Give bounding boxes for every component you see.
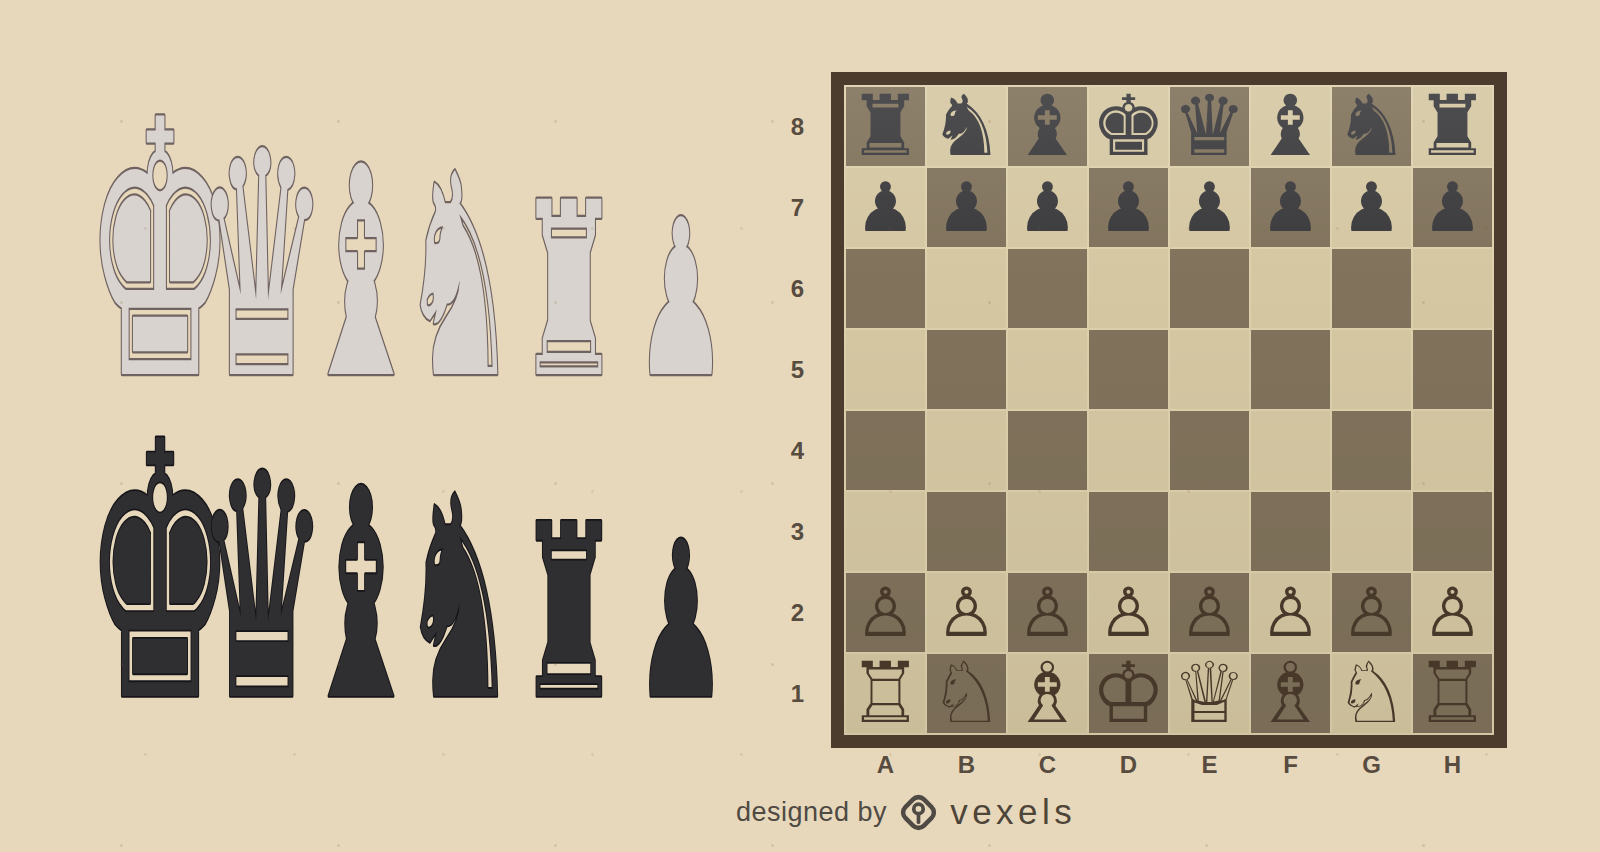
rank-label-1: 1 bbox=[791, 680, 804, 708]
rank-label-4: 4 bbox=[791, 437, 804, 465]
square-e8[interactable]: ♛ bbox=[1170, 87, 1249, 166]
square-f7[interactable]: ♟ bbox=[1251, 168, 1330, 247]
square-f6[interactable] bbox=[1251, 249, 1330, 328]
square-f1[interactable]: ♗ bbox=[1251, 654, 1330, 733]
square-c7[interactable]: ♟ bbox=[1008, 168, 1087, 247]
piece-white-bishop-f1: ♗ bbox=[1253, 661, 1328, 727]
square-a6[interactable] bbox=[846, 249, 925, 328]
piece-white-pawn-a2: ♙ bbox=[855, 586, 916, 639]
piece-white-bishop-c1: ♗ bbox=[1010, 661, 1085, 727]
square-d8[interactable]: ♚ bbox=[1089, 87, 1168, 166]
piece-white-pawn-c2: ♙ bbox=[1017, 586, 1078, 639]
square-a2[interactable]: ♙ bbox=[846, 573, 925, 652]
square-b2[interactable]: ♙ bbox=[927, 573, 1006, 652]
square-f2[interactable]: ♙ bbox=[1251, 573, 1330, 652]
board-grid: ♜♞♝♚♛♝♞♜♟♟♟♟♟♟♟♟♙♙♙♙♙♙♙♙♖♘♗♔♕♗♘♖ bbox=[846, 87, 1492, 733]
square-b3[interactable] bbox=[927, 492, 1006, 571]
white-knight-illustration: ♞ bbox=[399, 115, 519, 440]
square-b6[interactable] bbox=[927, 249, 1006, 328]
square-c1[interactable]: ♗ bbox=[1008, 654, 1087, 733]
square-c8[interactable]: ♝ bbox=[1008, 87, 1087, 166]
square-g8[interactable]: ♞ bbox=[1332, 87, 1411, 166]
square-e5[interactable] bbox=[1170, 330, 1249, 409]
rank-label-6: 6 bbox=[791, 275, 804, 303]
file-label-d: D bbox=[1120, 751, 1137, 779]
square-d2[interactable]: ♙ bbox=[1089, 573, 1168, 652]
square-d5[interactable] bbox=[1089, 330, 1168, 409]
chess-illustration-page: { "game": "chess", "description": "Chess… bbox=[0, 0, 1600, 852]
file-label-b: B bbox=[958, 751, 975, 779]
square-f5[interactable] bbox=[1251, 330, 1330, 409]
piece-white-pawn-f2: ♙ bbox=[1260, 586, 1321, 639]
square-e3[interactable] bbox=[1170, 492, 1249, 571]
square-h6[interactable] bbox=[1413, 249, 1492, 328]
piece-black-pawn-h7: ♟ bbox=[1422, 181, 1483, 234]
file-label-g: G bbox=[1362, 751, 1381, 779]
file-label-c: C bbox=[1039, 751, 1056, 779]
piece-white-knight-g1: ♘ bbox=[1334, 661, 1409, 727]
footer-watermark: designed by vexels bbox=[736, 789, 1076, 835]
square-a3[interactable] bbox=[846, 492, 925, 571]
square-a1[interactable]: ♖ bbox=[846, 654, 925, 733]
piece-black-pawn-f7: ♟ bbox=[1260, 181, 1321, 234]
rank-label-2: 2 bbox=[791, 599, 804, 627]
piece-black-king-d8: ♚ bbox=[1091, 94, 1166, 160]
square-c2[interactable]: ♙ bbox=[1008, 573, 1087, 652]
square-e1[interactable]: ♕ bbox=[1170, 654, 1249, 733]
square-h3[interactable] bbox=[1413, 492, 1492, 571]
square-d4[interactable] bbox=[1089, 411, 1168, 490]
square-b7[interactable]: ♟ bbox=[927, 168, 1006, 247]
square-a7[interactable]: ♟ bbox=[846, 168, 925, 247]
square-e2[interactable]: ♙ bbox=[1170, 573, 1249, 652]
piece-white-king-d1: ♔ bbox=[1091, 661, 1166, 727]
rank-labels: 87654321 bbox=[766, 72, 814, 748]
black-knight-illustration: ♞ bbox=[399, 437, 519, 762]
piece-white-pawn-g2: ♙ bbox=[1341, 586, 1402, 639]
white-pawn-illustration: ♟ bbox=[635, 174, 728, 425]
square-b8[interactable]: ♞ bbox=[927, 87, 1006, 166]
square-a5[interactable] bbox=[846, 330, 925, 409]
square-d1[interactable]: ♔ bbox=[1089, 654, 1168, 733]
square-f3[interactable] bbox=[1251, 492, 1330, 571]
black-rook-illustration: ♜ bbox=[517, 473, 620, 752]
square-h2[interactable]: ♙ bbox=[1413, 573, 1492, 652]
square-a4[interactable] bbox=[846, 411, 925, 490]
square-e4[interactable] bbox=[1170, 411, 1249, 490]
square-d3[interactable] bbox=[1089, 492, 1168, 571]
square-c6[interactable] bbox=[1008, 249, 1087, 328]
piece-black-rook-a8: ♜ bbox=[848, 94, 923, 160]
piece-white-queen-e1: ♕ bbox=[1172, 661, 1247, 727]
brand-wordmark: vexels bbox=[950, 792, 1076, 832]
designed-by-label: designed by bbox=[736, 797, 887, 828]
piece-black-rook-h8: ♜ bbox=[1415, 94, 1490, 160]
square-b5[interactable] bbox=[927, 330, 1006, 409]
black-piece-set-illustration: ♚♛♝♞♜♟ bbox=[0, 396, 780, 701]
piece-black-queen-e8: ♛ bbox=[1172, 94, 1247, 160]
diamond-pen-nib-icon bbox=[898, 792, 939, 833]
square-e7[interactable]: ♟ bbox=[1170, 168, 1249, 247]
square-h5[interactable] bbox=[1413, 330, 1492, 409]
piece-black-pawn-g7: ♟ bbox=[1341, 181, 1402, 234]
file-label-e: E bbox=[1201, 751, 1217, 779]
piece-white-pawn-e2: ♙ bbox=[1179, 586, 1240, 639]
file-labels: ABCDEFGH bbox=[831, 751, 1507, 783]
piece-white-rook-h1: ♖ bbox=[1415, 661, 1490, 727]
piece-black-knight-b8: ♞ bbox=[929, 94, 1004, 160]
square-c3[interactable] bbox=[1008, 492, 1087, 571]
piece-white-pawn-b2: ♙ bbox=[936, 586, 997, 639]
square-d6[interactable] bbox=[1089, 249, 1168, 328]
piece-black-pawn-a7: ♟ bbox=[855, 181, 916, 234]
square-b4[interactable] bbox=[927, 411, 1006, 490]
piece-black-pawn-b7: ♟ bbox=[936, 181, 997, 234]
square-b1[interactable]: ♘ bbox=[927, 654, 1006, 733]
square-g1[interactable]: ♘ bbox=[1332, 654, 1411, 733]
square-g4[interactable] bbox=[1332, 411, 1411, 490]
rank-label-8: 8 bbox=[791, 113, 804, 141]
piece-white-knight-b1: ♘ bbox=[929, 661, 1004, 727]
piece-white-rook-a1: ♖ bbox=[848, 661, 923, 727]
square-g5[interactable] bbox=[1332, 330, 1411, 409]
square-c4[interactable] bbox=[1008, 411, 1087, 490]
square-d7[interactable]: ♟ bbox=[1089, 168, 1168, 247]
square-g3[interactable] bbox=[1332, 492, 1411, 571]
piece-black-bishop-c8: ♝ bbox=[1010, 94, 1085, 160]
piece-black-bishop-f8: ♝ bbox=[1253, 94, 1328, 160]
square-g2[interactable]: ♙ bbox=[1332, 573, 1411, 652]
piece-black-knight-g8: ♞ bbox=[1334, 94, 1409, 160]
piece-black-pawn-e7: ♟ bbox=[1179, 181, 1240, 234]
rank-label-3: 3 bbox=[791, 518, 804, 546]
square-h7[interactable]: ♟ bbox=[1413, 168, 1492, 247]
rank-label-5: 5 bbox=[791, 356, 804, 384]
square-f8[interactable]: ♝ bbox=[1251, 87, 1330, 166]
square-a8[interactable]: ♜ bbox=[846, 87, 925, 166]
square-h8[interactable]: ♜ bbox=[1413, 87, 1492, 166]
square-c5[interactable] bbox=[1008, 330, 1087, 409]
square-h4[interactable] bbox=[1413, 411, 1492, 490]
square-h1[interactable]: ♖ bbox=[1413, 654, 1492, 733]
file-label-h: H bbox=[1444, 751, 1461, 779]
black-pawn-illustration: ♟ bbox=[635, 496, 728, 747]
square-e6[interactable] bbox=[1170, 249, 1249, 328]
piece-black-pawn-c7: ♟ bbox=[1017, 181, 1078, 234]
square-f4[interactable] bbox=[1251, 411, 1330, 490]
piece-black-pawn-d7: ♟ bbox=[1098, 181, 1159, 234]
square-g6[interactable] bbox=[1332, 249, 1411, 328]
square-g7[interactable]: ♟ bbox=[1332, 168, 1411, 247]
chessboard: ♜♞♝♚♛♝♞♜♟♟♟♟♟♟♟♟♙♙♙♙♙♙♙♙♖♘♗♔♕♗♘♖ bbox=[831, 72, 1507, 748]
piece-white-pawn-d2: ♙ bbox=[1098, 586, 1159, 639]
file-label-a: A bbox=[877, 751, 894, 779]
file-label-f: F bbox=[1283, 751, 1298, 779]
rank-label-7: 7 bbox=[791, 194, 804, 222]
white-rook-illustration: ♜ bbox=[517, 151, 620, 430]
white-piece-set-illustration: ♚♛♝♞♜♟ bbox=[0, 74, 780, 379]
piece-white-pawn-h2: ♙ bbox=[1422, 586, 1483, 639]
